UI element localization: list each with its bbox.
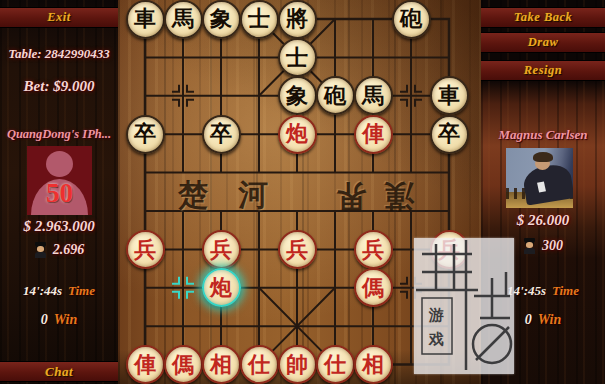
person-icon	[34, 242, 47, 258]
piece-士[interactable]: 士	[278, 38, 317, 77]
piece-士[interactable]: 士	[240, 0, 279, 39]
piece-炮[interactable]: 炮	[278, 115, 317, 154]
piece-砲[interactable]: 砲	[316, 76, 355, 115]
piece-兵[interactable]: 兵	[354, 230, 393, 269]
watermark-text-bottom: 戏	[428, 330, 444, 348]
piece-相[interactable]: 相	[202, 345, 241, 384]
watermark-overlay: 游 戏	[414, 238, 514, 374]
xiangqi-game-screen: Exit Table: 2842990433 Bet: $9.000 Quang…	[0, 0, 605, 384]
money-label-left: $ 2.963.000	[0, 218, 118, 235]
piece-俥[interactable]: 俥	[126, 345, 165, 384]
rating-value-left: 2.696	[53, 242, 85, 258]
time-label-left: Time	[68, 283, 95, 299]
avatar: 50	[27, 146, 92, 215]
piece-仕[interactable]: 仕	[240, 345, 279, 384]
player-name-left: QuangDong's IPh...	[0, 127, 118, 142]
piece-傌[interactable]: 傌	[354, 268, 393, 307]
piece-俥[interactable]: 俥	[354, 115, 393, 154]
win-label-left: Win	[54, 312, 78, 328]
resign-button[interactable]: Resign	[481, 60, 605, 81]
piece-仕[interactable]: 仕	[316, 345, 355, 384]
rating-value-right: 300	[542, 238, 563, 254]
piece-兵[interactable]: 兵	[202, 230, 241, 269]
avatar-silhouette-head	[46, 151, 73, 177]
exit-button[interactable]: Exit	[0, 7, 118, 28]
piece-卒[interactable]: 卒	[202, 115, 241, 154]
piece-車[interactable]: 車	[430, 76, 469, 115]
table-id-label: Table: 2842990433	[0, 46, 118, 62]
piece-傌[interactable]: 傌	[164, 345, 203, 384]
rating-row-left: 2.696	[0, 242, 118, 258]
watermark-text-top: 游	[428, 306, 444, 324]
piece-兵[interactable]: 兵	[278, 230, 317, 269]
chat-button[interactable]: Chat	[0, 361, 118, 382]
money-label-right: $ 26.000	[481, 212, 605, 229]
time-row-left: 14':44s Time	[0, 283, 118, 299]
player-photo	[506, 148, 573, 208]
bet-label: Bet: $9.000	[0, 78, 118, 95]
piece-象[interactable]: 象	[202, 0, 241, 39]
draw-button[interactable]: Draw	[481, 32, 605, 53]
piece-象[interactable]: 象	[278, 76, 317, 115]
photo-body	[521, 162, 573, 205]
piece-砲[interactable]: 砲	[392, 0, 431, 39]
win-label-right: Win	[538, 312, 562, 328]
take-back-button[interactable]: Take Back	[481, 7, 605, 28]
piece-馬[interactable]: 馬	[354, 76, 393, 115]
watermark-logo: 游 戏	[414, 238, 514, 374]
win-value-right: 0	[525, 312, 532, 328]
piece-車[interactable]: 車	[126, 0, 165, 39]
piece-馬[interactable]: 馬	[164, 0, 203, 39]
time-value-left: 14':44s	[23, 283, 62, 299]
piece-卒[interactable]: 卒	[430, 115, 469, 154]
player-name-right: Magnus Carlsen	[481, 127, 605, 143]
avatar-number: 50	[27, 178, 92, 209]
win-row-left: 0 Win	[0, 312, 118, 328]
piece-帥[interactable]: 帥	[278, 345, 317, 384]
time-label-right: Time	[552, 283, 579, 299]
piece-兵[interactable]: 兵	[126, 230, 165, 269]
win-value-left: 0	[41, 312, 48, 328]
left-player-panel: Exit Table: 2842990433 Bet: $9.000 Quang…	[0, 0, 118, 384]
person-icon	[523, 238, 536, 254]
piece-炮[interactable]: 炮	[202, 268, 241, 307]
piece-相[interactable]: 相	[354, 345, 393, 384]
piece-卒[interactable]: 卒	[126, 115, 165, 154]
piece-將[interactable]: 將	[278, 0, 317, 39]
